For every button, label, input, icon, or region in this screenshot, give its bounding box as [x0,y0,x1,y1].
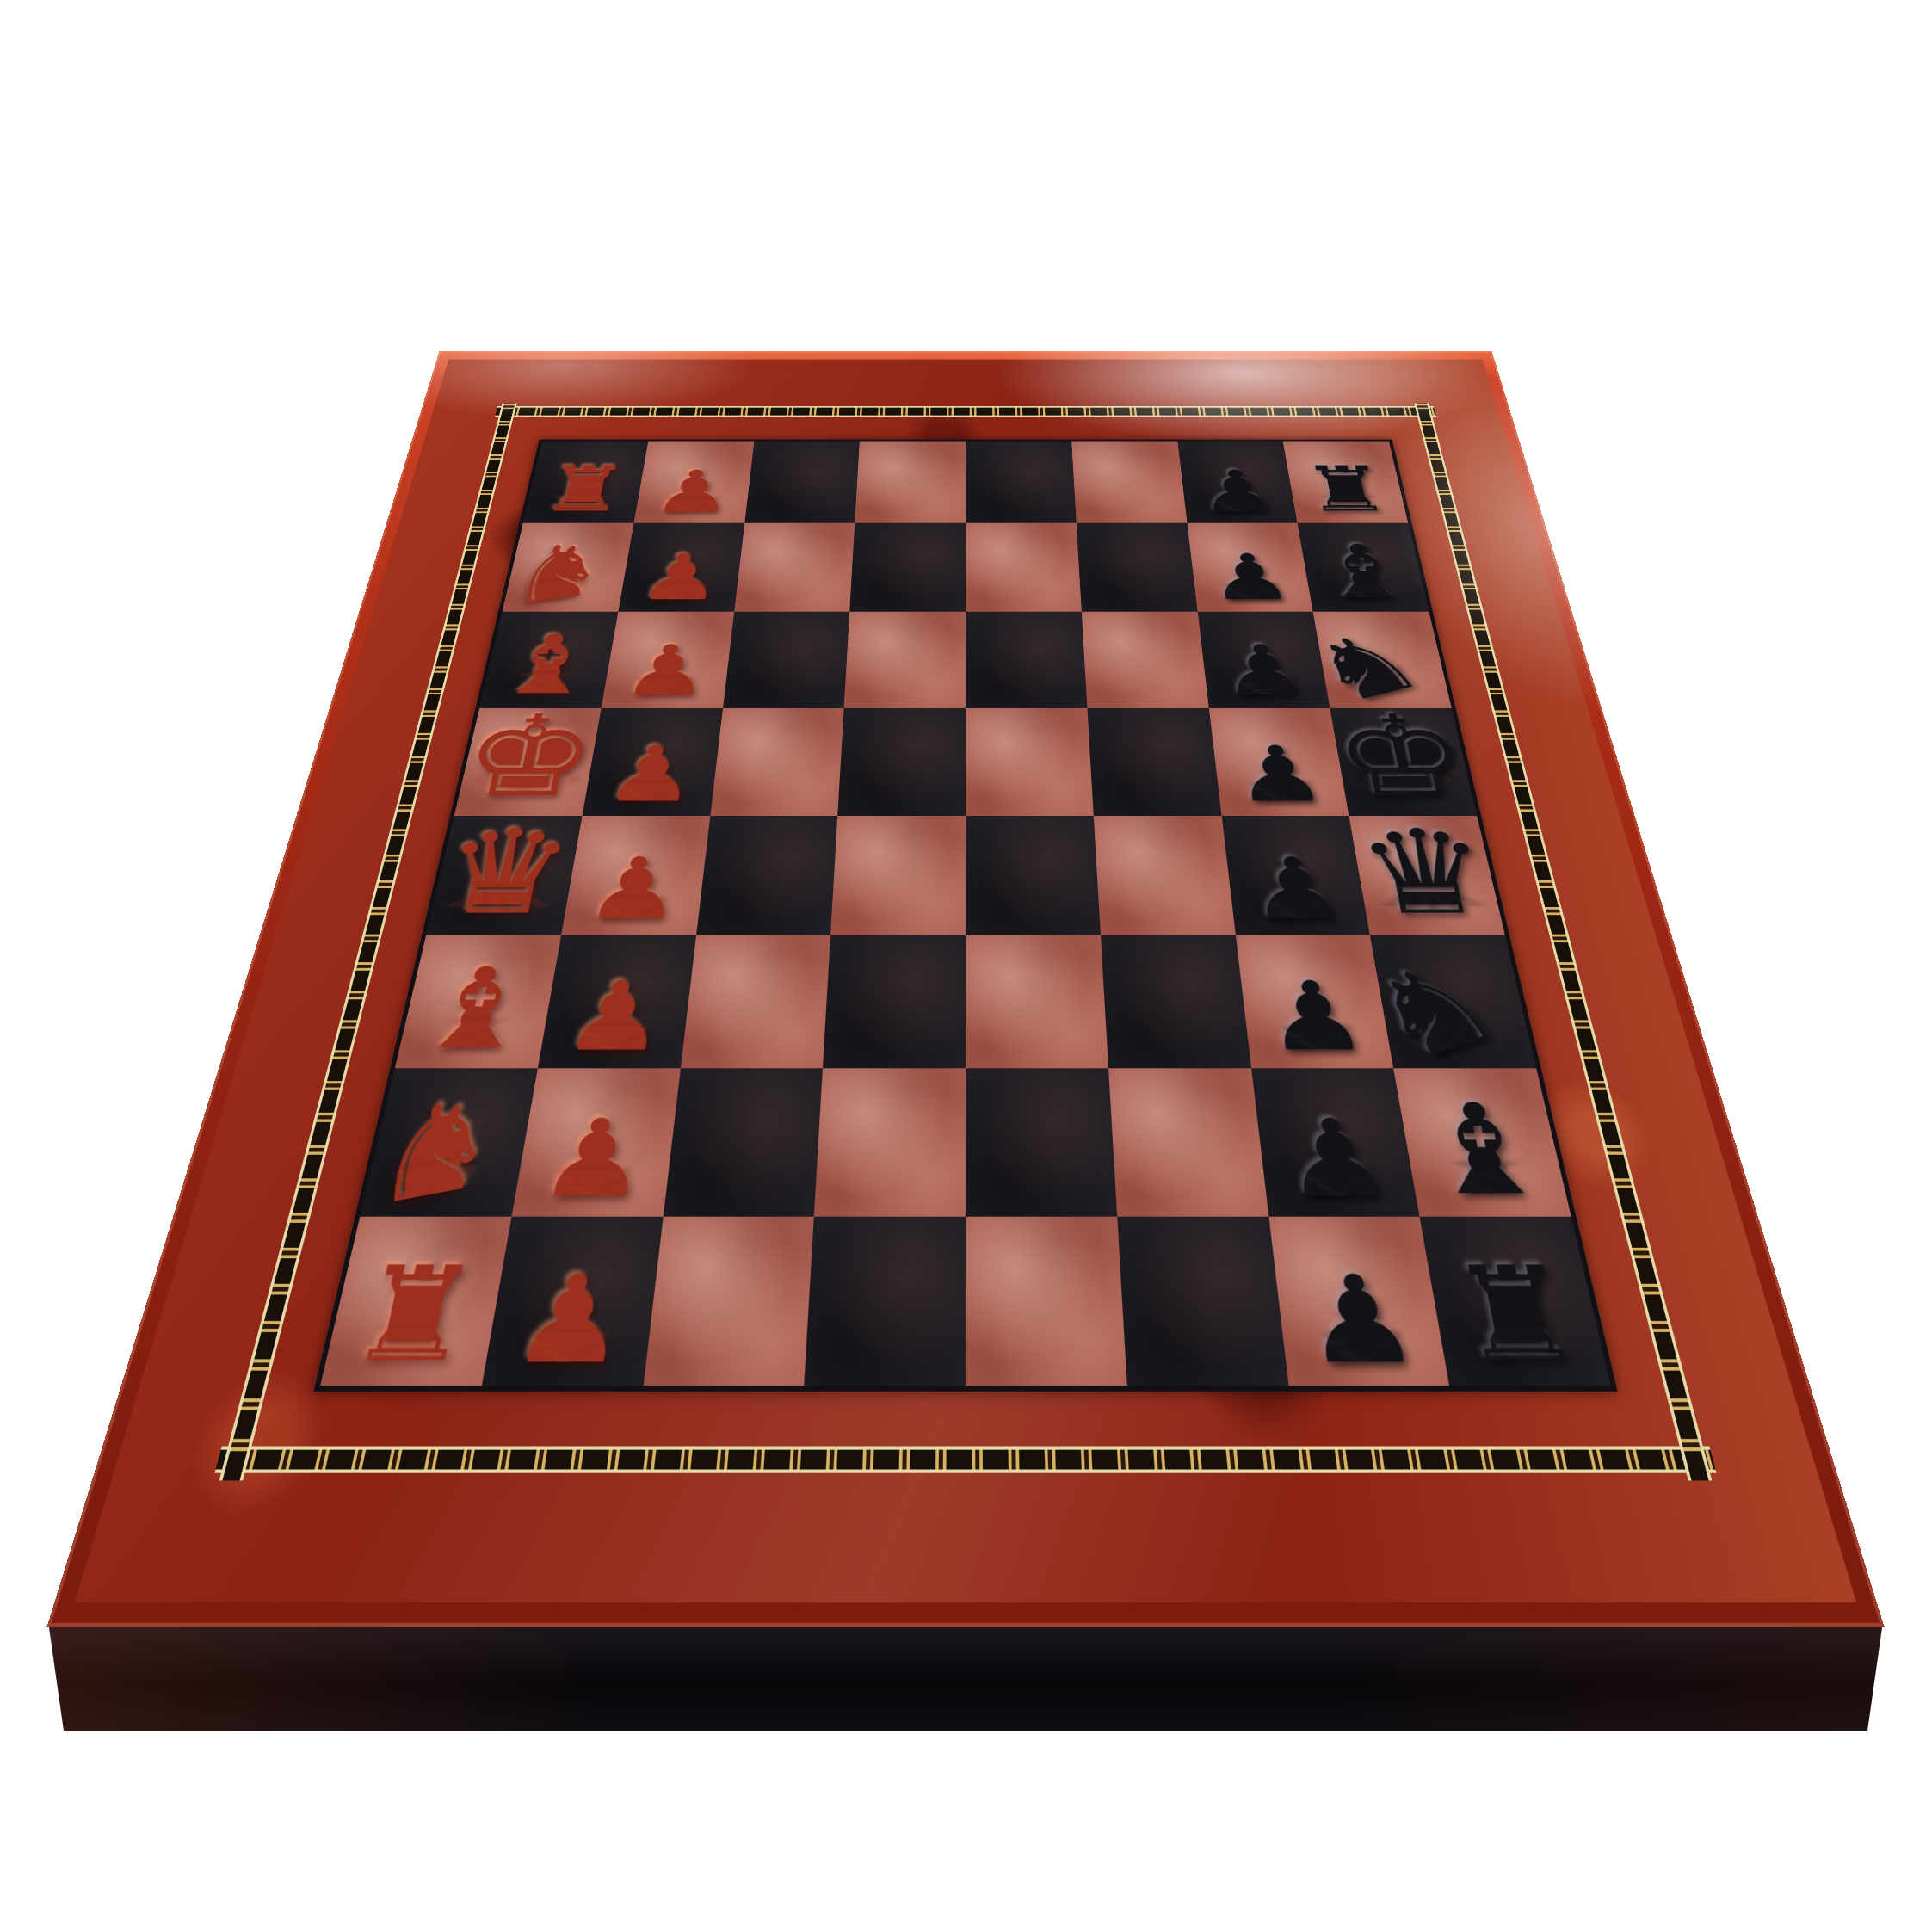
square-h7: ♟ [1177,442,1298,523]
piece-red-knight-g1: ♞ [506,530,610,616]
square-b1: ♞ [360,1068,538,1217]
piece-red-rook-h1: ♜ [536,459,633,521]
piece-red-pawn-h2: ♟ [650,463,737,521]
piece-black-bishop-g8: ♝ [1308,534,1419,608]
square-e2: ♟ [582,708,722,816]
square-c5 [966,935,1108,1067]
scene: ♜♟♟♜♞♟♟♝♝♟♟♞♚♟♟♚♛♟♟♛♝♟♟♞♞♟♟♝♜♟♟♜ [0,0,1932,1932]
square-e5 [966,708,1094,816]
square-c6 [1101,935,1251,1067]
square-g7: ♟ [1187,522,1313,611]
piece-black-bishop-b8: ♝ [1408,1088,1559,1213]
board-field: ♜♟♟♜♞♟♟♝♝♟♟♞♚♟♟♚♛♟♟♛♝♟♟♞♞♟♟♝♜♟♟♜ [320,442,1611,1386]
piece-black-pawn-g7: ♟ [1206,546,1297,609]
square-d4 [830,816,966,935]
piece-red-bishop-c1: ♝ [407,953,547,1064]
piece-black-pawn-d7: ♟ [1244,846,1351,931]
square-h3 [744,442,860,523]
square-h6 [1071,442,1187,523]
square-d7: ♟ [1221,816,1370,935]
square-d2: ♟ [561,816,710,935]
square-g2: ♟ [618,522,744,611]
piece-black-pawn-a7: ♟ [1295,1260,1426,1381]
piece-black-rook-h8: ♜ [1298,459,1395,521]
square-e4 [837,708,966,816]
square-e3 [710,708,844,816]
piece-black-pawn-f7: ♟ [1217,636,1313,706]
square-f5 [966,611,1087,708]
square-d6 [1094,816,1236,935]
square-g6 [1077,522,1198,611]
border-inlay-bottom [214,1446,1716,1472]
square-h1: ♜ [523,442,648,523]
piece-black-pawn-h7: ♟ [1194,463,1281,521]
square-f2: ♟ [601,611,734,708]
piece-red-pawn-c2: ♟ [559,969,673,1065]
square-g3 [734,522,855,611]
board-front-face [49,1627,1882,1731]
square-e7: ♟ [1208,708,1349,816]
piece-red-knight-b1: ♞ [371,1079,501,1225]
square-c3 [680,935,830,1067]
square-d5 [966,816,1101,935]
square-a7: ♟ [1268,1217,1450,1386]
square-a2: ♟ [482,1217,664,1386]
piece-red-pawn-a2: ♟ [505,1260,636,1381]
piece-red-pawn-e2: ♟ [601,736,702,812]
square-b7: ♟ [1251,1068,1420,1217]
piece-black-rook-a8: ♜ [1443,1250,1592,1381]
square-f6 [1082,611,1209,708]
square-a5 [966,1217,1126,1386]
square-b3 [663,1068,823,1217]
square-d1: ♛ [426,816,582,935]
piece-black-pawn-e7: ♟ [1229,736,1330,812]
square-d3 [696,816,838,935]
square-f3 [723,611,850,708]
square-h8: ♜ [1283,442,1408,523]
square-b4 [814,1068,966,1217]
piece-black-pawn-b7: ♟ [1275,1106,1398,1213]
square-g1: ♞ [503,522,634,611]
square-e1: ♚ [454,708,602,816]
square-g4 [849,522,966,611]
square-h4 [855,442,966,523]
piece-red-king-e1: ♚ [451,701,607,812]
piece-black-king-e8: ♚ [1324,701,1480,812]
square-a6 [1117,1217,1288,1386]
square-a3 [643,1217,814,1386]
piece-red-rook-a1: ♜ [339,1250,488,1381]
piece-red-pawn-b2: ♟ [534,1106,656,1213]
square-e8: ♚ [1330,708,1478,816]
square-c4 [823,935,966,1067]
piece-red-queen-d1: ♛ [427,815,582,932]
chess-board: ♜♟♟♜♞♟♟♝♝♟♟♞♚♟♟♚♛♟♟♛♝♟♟♞♞♟♟♝♜♟♟♜ [46,351,1884,1627]
piece-red-pawn-d2: ♟ [581,846,688,931]
square-g8: ♝ [1298,522,1429,611]
square-c2: ♟ [538,935,696,1067]
front-face-sheen [49,1627,1882,1731]
piece-black-queen-d8: ♛ [1349,815,1504,932]
square-g5 [966,522,1082,611]
square-a4 [805,1217,966,1386]
square-f4 [844,611,966,708]
border-inlay-top [495,406,1436,417]
square-b5 [966,1068,1117,1217]
square-h5 [966,442,1077,523]
square-b2: ♟ [511,1068,680,1217]
square-h2: ♟ [633,442,754,523]
square-e6 [1087,708,1221,816]
square-b6 [1108,1068,1268,1217]
piece-red-pawn-f2: ♟ [619,636,715,706]
piece-red-pawn-g2: ♟ [635,546,726,609]
